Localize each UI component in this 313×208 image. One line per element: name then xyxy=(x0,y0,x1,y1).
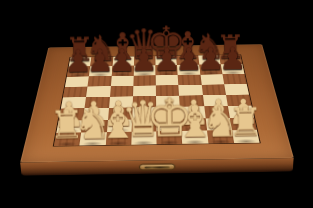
brand-plate xyxy=(139,163,175,170)
square-e6[interactable] xyxy=(156,75,179,86)
square-f6[interactable] xyxy=(178,74,201,85)
piece-white-rook-h1[interactable]: ♜ xyxy=(229,103,264,142)
board-grid: ♜♞♝♛♚♝♞♜♟♟♟♟♟♟♟♟♟♟♟♟♟♟♟♟♜♞♝♛♚♝♞♜ xyxy=(53,54,261,146)
square-a6[interactable] xyxy=(65,76,89,87)
chess-board: ♜♞♝♛♚♝♞♜♟♟♟♟♟♟♟♟♟♟♟♟♟♟♟♟♜♞♝♛♚♝♞♜ xyxy=(20,44,294,162)
photo-background: ♜♞♝♛♚♝♞♜♟♟♟♟♟♟♟♟♟♟♟♟♟♟♟♟♜♞♝♛♚♝♞♜ xyxy=(0,0,313,208)
square-h6[interactable] xyxy=(222,74,246,84)
piece-black-pawn-h7[interactable]: ♟ xyxy=(219,43,247,74)
square-h7[interactable]: ♟ xyxy=(221,64,245,74)
board-front-edge xyxy=(20,158,294,176)
square-d6[interactable] xyxy=(133,75,156,86)
square-g6[interactable] xyxy=(200,74,224,85)
brand-plate-engraving xyxy=(145,166,170,168)
square-c6[interactable] xyxy=(110,76,133,87)
square-h1[interactable]: ♜ xyxy=(232,130,260,143)
square-b6[interactable] xyxy=(88,76,112,87)
